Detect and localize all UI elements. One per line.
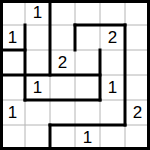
cell-r0c4[interactable]	[100, 0, 125, 25]
cell-r2c4[interactable]	[100, 50, 125, 75]
cell-r2c2-clue[interactable]: 2	[50, 50, 75, 75]
cell-r5c3-clue[interactable]: 1	[75, 125, 100, 150]
cell-r5c0[interactable]	[0, 125, 25, 150]
cell-r1c5[interactable]	[125, 25, 150, 50]
cell-r5c4[interactable]	[100, 125, 125, 150]
cell-r2c3[interactable]	[75, 50, 100, 75]
cell-r3c5[interactable]	[125, 75, 150, 100]
cell-r1c0-clue[interactable]: 1	[0, 25, 25, 50]
cell-r3c1-clue[interactable]: 1	[25, 75, 50, 100]
cell-r0c5[interactable]	[125, 0, 150, 25]
cell-r0c2[interactable]	[50, 0, 75, 25]
cell-r0c3[interactable]	[75, 0, 100, 25]
cell-r3c4-clue[interactable]: 1	[100, 75, 125, 100]
cell-r1c1[interactable]	[25, 25, 50, 50]
cell-r3c0[interactable]	[0, 75, 25, 100]
cell-r2c5[interactable]	[125, 50, 150, 75]
cell-r4c5-clue[interactable]: 2	[125, 100, 150, 125]
cell-r0c0[interactable]	[0, 0, 25, 25]
cell-r4c0-clue[interactable]: 1	[0, 100, 25, 125]
cell-r2c0[interactable]	[0, 50, 25, 75]
cell-r4c1[interactable]	[25, 100, 50, 125]
cell-r1c3[interactable]	[75, 25, 100, 50]
cell-r3c3[interactable]	[75, 75, 100, 100]
cell-r5c1[interactable]	[25, 125, 50, 150]
cell-r5c5[interactable]	[125, 125, 150, 150]
cell-r4c4[interactable]	[100, 100, 125, 125]
puzzle-board: 112211121	[0, 0, 150, 150]
cell-r2c1[interactable]	[25, 50, 50, 75]
cell-r3c2[interactable]	[50, 75, 75, 100]
cell-r0c1-clue[interactable]: 1	[25, 0, 50, 25]
cell-grid: 112211121	[0, 0, 150, 150]
cell-r1c4-clue[interactable]: 2	[100, 25, 125, 50]
cell-r4c2[interactable]	[50, 100, 75, 125]
cell-r5c2[interactable]	[50, 125, 75, 150]
cell-r4c3[interactable]	[75, 100, 100, 125]
cell-r1c2[interactable]	[50, 25, 75, 50]
